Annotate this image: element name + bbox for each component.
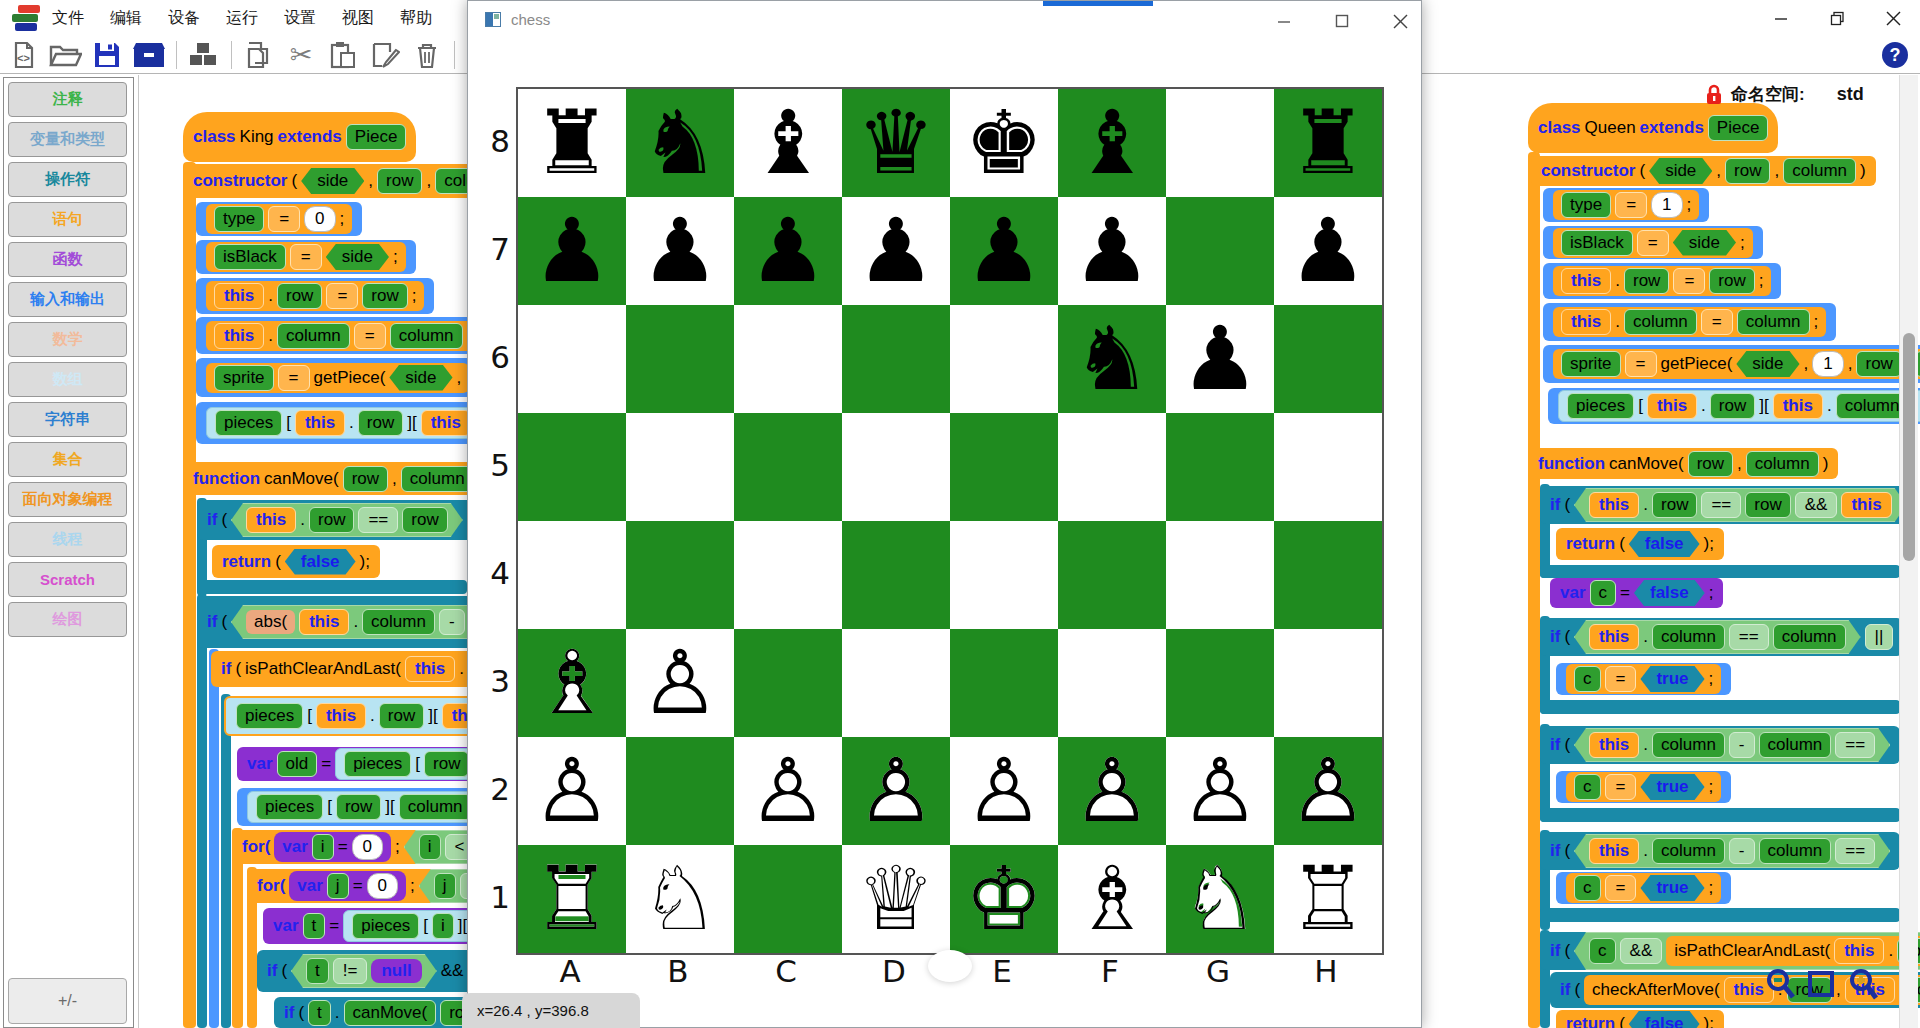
block-token: sprite bbox=[214, 365, 274, 391]
block-token: . bbox=[353, 612, 358, 632]
piece-black-b: ♝ bbox=[1073, 89, 1152, 197]
square-h6[interactable] bbox=[1274, 305, 1382, 413]
block-token: false bbox=[1629, 1011, 1700, 1028]
square-c5[interactable] bbox=[734, 413, 842, 521]
piece-white-P: ♟♙ bbox=[857, 737, 936, 845]
block-token: ; bbox=[340, 209, 345, 229]
piece-black-k: ♚ bbox=[965, 89, 1044, 197]
block-token: var bbox=[1560, 583, 1586, 603]
block-token: ; bbox=[393, 247, 398, 267]
block-token: row bbox=[424, 751, 469, 777]
block-token: ; bbox=[1814, 312, 1819, 332]
block-token: = bbox=[1605, 875, 1637, 901]
block-token: ( bbox=[275, 552, 281, 572]
block-group-lb: pieces[this.row][this. bbox=[206, 407, 489, 439]
code-block-row[interactable]: if(this.row==row&&this bbox=[1540, 486, 1917, 524]
piece-white-N: ♞♘ bbox=[641, 845, 720, 953]
block-group-ghex: c&&isPathClearAndLast(this.row, bbox=[1574, 932, 1920, 970]
square-b6[interactable] bbox=[626, 305, 734, 413]
block-spine bbox=[197, 594, 207, 1028]
block-token: pieces bbox=[236, 703, 303, 729]
code-block-row[interactable]: return(false); bbox=[212, 545, 380, 578]
block-token: this bbox=[1647, 393, 1697, 419]
block-token: this bbox=[421, 410, 471, 436]
square-b8[interactable]: ♞ bbox=[626, 89, 734, 197]
block-token: getPiece( bbox=[1661, 354, 1733, 374]
block-token: ( bbox=[1564, 735, 1570, 755]
code-block-row[interactable]: sprite=getPiece(side, bbox=[196, 358, 479, 397]
code-block-row[interactable]: constructor(side,row,column) bbox=[1531, 156, 1876, 186]
block-token: ; bbox=[1709, 583, 1714, 603]
square-e1[interactable]: ♚♔ bbox=[950, 845, 1058, 953]
block-token: this bbox=[1589, 732, 1639, 758]
square-e6[interactable] bbox=[950, 305, 1058, 413]
rank-label-5: 5 bbox=[470, 411, 510, 519]
code-block-row[interactable]: this.row=row; bbox=[196, 278, 434, 314]
code-block-row[interactable]: c=true; bbox=[1556, 663, 1731, 695]
code-block-row[interactable]: if(this.column-column== bbox=[1540, 726, 1900, 764]
piece-outline: ♙ bbox=[641, 631, 720, 734]
code-block-row[interactable]: return(false); bbox=[1556, 528, 1724, 560]
block-token: constructor bbox=[193, 171, 287, 191]
square-e5[interactable] bbox=[950, 413, 1058, 521]
block-token: . bbox=[268, 286, 273, 306]
square-f5[interactable] bbox=[1058, 413, 1166, 521]
code-block-row[interactable]: this.column=column; bbox=[196, 317, 489, 354]
square-d1[interactable]: ♛♕ bbox=[842, 845, 950, 953]
piece-black-r: ♜ bbox=[533, 89, 612, 197]
square-a6[interactable] bbox=[518, 305, 626, 413]
piece-white-B: ♝♗ bbox=[1073, 845, 1152, 953]
block-token: . bbox=[300, 510, 305, 530]
block-token: c bbox=[1590, 580, 1617, 606]
square-f4[interactable] bbox=[1058, 521, 1166, 629]
block-token: = bbox=[278, 365, 310, 391]
code-block-row[interactable]: pieces[this.row][this. bbox=[196, 402, 499, 444]
block-token: if bbox=[221, 659, 231, 679]
square-h3[interactable] bbox=[1274, 629, 1382, 737]
block-token: ; bbox=[1709, 878, 1714, 898]
block-group-ghex: this.row==row bbox=[231, 503, 463, 537]
block-token: return bbox=[1566, 1014, 1615, 1028]
piece-outline: ♗ bbox=[533, 631, 612, 734]
square-h2[interactable]: ♟♙ bbox=[1274, 737, 1382, 845]
block-token: false bbox=[285, 549, 356, 575]
block-token: == bbox=[358, 507, 398, 533]
code-block-row[interactable]: pieces[this.row][thi bbox=[224, 696, 494, 736]
chess-window-titlebar[interactable]: chess bbox=[468, 1, 1421, 41]
block-spine bbox=[183, 162, 196, 1028]
lock-icon bbox=[1705, 84, 1723, 106]
block-token: column bbox=[362, 609, 435, 635]
block-token: extends bbox=[278, 127, 342, 147]
block-token: j bbox=[327, 873, 349, 899]
piece-white-R: ♜♖ bbox=[533, 845, 612, 953]
square-g1[interactable]: ♞♘ bbox=[1166, 845, 1274, 953]
code-block-row[interactable]: for(vari=0;i< bbox=[232, 830, 500, 864]
block-token: , bbox=[1774, 161, 1779, 181]
piece-white-N: ♞♘ bbox=[1181, 845, 1260, 953]
block-token: . bbox=[1615, 271, 1620, 291]
code-block-row[interactable]: sprite=getPiece(side,1,row,c bbox=[1543, 345, 1920, 383]
block-token: if bbox=[1550, 941, 1560, 961]
piece-outline: ♙ bbox=[965, 739, 1044, 842]
scrollbar-thumb[interactable] bbox=[1903, 333, 1915, 561]
block-token: column bbox=[1652, 732, 1725, 758]
block-token: pieces bbox=[352, 913, 419, 939]
square-d7[interactable]: ♟ bbox=[842, 197, 950, 305]
app-root: 文件编辑设备运行设置视图帮助 <>✂↺↻ ? 注释变量和类型操作符语句函数输入和… bbox=[0, 0, 1920, 1028]
block-token: this bbox=[299, 609, 349, 635]
block-token: class bbox=[1538, 118, 1581, 138]
file-label-B: B bbox=[624, 953, 732, 995]
code-block-row[interactable]: classQueenextendsPiece bbox=[1528, 103, 1778, 153]
rank-label-6: 6 bbox=[470, 303, 510, 411]
block-token: 1 bbox=[1812, 351, 1843, 377]
block-group-or: type=0; bbox=[206, 204, 352, 234]
square-g2[interactable]: ♟♙ bbox=[1166, 737, 1274, 845]
block-token: , bbox=[368, 171, 373, 191]
block-token: = bbox=[338, 837, 348, 857]
file-label-A: A bbox=[516, 953, 624, 995]
help-button[interactable]: ? bbox=[1882, 42, 1908, 68]
file-label-H: H bbox=[1272, 953, 1380, 995]
block-arm bbox=[1540, 700, 1900, 714]
block-token: 0 bbox=[367, 873, 398, 899]
piece-white-P: ♟♙ bbox=[965, 737, 1044, 845]
code-block-row[interactable]: return(false); bbox=[1556, 1010, 1724, 1028]
block-token: this bbox=[1561, 309, 1611, 335]
mouse-coords-tooltip: x=26.4 , y=396.8 bbox=[462, 993, 640, 1028]
block-token: ; bbox=[1740, 233, 1745, 253]
square-h8[interactable]: ♜ bbox=[1274, 89, 1382, 197]
chess-minimize-button[interactable] bbox=[1273, 10, 1295, 32]
square-a8[interactable]: ♜ bbox=[518, 89, 626, 197]
code-block-row[interactable]: pieces[this.row][this.column] bbox=[1548, 388, 1920, 424]
block-token: ( bbox=[221, 510, 227, 530]
canvas-vertical-scrollbar[interactable] bbox=[1899, 75, 1918, 1028]
code-block-row[interactable]: pieces[row][column] bbox=[237, 788, 499, 826]
block-token: row bbox=[343, 466, 388, 492]
block-token: - bbox=[1729, 838, 1755, 864]
block-group-ghex: this.column==column bbox=[1574, 620, 1860, 654]
square-d2[interactable]: ♟♙ bbox=[842, 737, 950, 845]
piece-white-Q: ♛♕ bbox=[857, 845, 936, 953]
piece-white-P: ♟♙ bbox=[1181, 737, 1260, 845]
square-e3[interactable] bbox=[950, 629, 1058, 737]
square-b1[interactable]: ♞♘ bbox=[626, 845, 734, 953]
code-block-row[interactable]: if(this.row==row bbox=[197, 500, 473, 540]
block-group-or: isPathClearAndLast(this.row, bbox=[1666, 936, 1920, 966]
square-a7[interactable]: ♟ bbox=[518, 197, 626, 305]
square-e2[interactable]: ♟♙ bbox=[950, 737, 1058, 845]
block-token: canMove( bbox=[264, 469, 339, 489]
zoom-reset-icon[interactable] bbox=[1807, 968, 1835, 1000]
block-token: pieces bbox=[215, 410, 282, 436]
code-block-row[interactable]: classKingextendsPiece bbox=[183, 112, 416, 162]
square-b5[interactable] bbox=[626, 413, 734, 521]
block-token: = bbox=[354, 323, 386, 349]
block-token: column bbox=[1773, 624, 1846, 650]
block-token: row bbox=[1709, 268, 1754, 294]
block-token: ; bbox=[410, 876, 415, 896]
square-f8[interactable]: ♝ bbox=[1058, 89, 1166, 197]
block-token: [ bbox=[327, 797, 332, 817]
block-token: , bbox=[1716, 161, 1721, 181]
block-token: ( bbox=[1619, 534, 1625, 554]
block-token: if bbox=[1550, 841, 1560, 861]
square-g4[interactable] bbox=[1166, 521, 1274, 629]
square-h1[interactable]: ♜♖ bbox=[1274, 845, 1382, 953]
square-a2[interactable]: ♟♙ bbox=[518, 737, 626, 845]
block-token: canMove( bbox=[1609, 454, 1684, 474]
block-group-ghex: this.row==row&&this bbox=[1574, 488, 1907, 522]
block-token: row bbox=[379, 703, 424, 729]
block-token: = bbox=[290, 244, 322, 270]
code-block-row[interactable]: varc=false; bbox=[1550, 578, 1723, 608]
square-d4[interactable] bbox=[842, 521, 950, 629]
square-h7[interactable]: ♟ bbox=[1274, 197, 1382, 305]
block-token: this bbox=[1589, 624, 1639, 650]
piece-white-P: ♟♙ bbox=[641, 629, 720, 737]
block-token: . bbox=[1888, 941, 1893, 961]
code-block-row[interactable]: if(this.column==column|| bbox=[1540, 618, 1903, 656]
block-token: row bbox=[1710, 393, 1755, 419]
square-f7[interactable]: ♟ bbox=[1058, 197, 1166, 305]
square-c7[interactable]: ♟ bbox=[734, 197, 842, 305]
square-f1[interactable]: ♝♗ bbox=[1058, 845, 1166, 953]
code-block-row[interactable]: isBlack=side; bbox=[196, 240, 416, 274]
block-token: c bbox=[1574, 875, 1601, 901]
piece-outline: ♖ bbox=[1289, 847, 1368, 950]
block-token: column bbox=[1759, 732, 1832, 758]
chess-close-button[interactable] bbox=[1389, 10, 1411, 32]
block-token: true bbox=[1640, 666, 1704, 692]
block-group-or: this.row=row; bbox=[1553, 266, 1771, 296]
block-token: isBlack bbox=[214, 244, 286, 270]
square-e4[interactable] bbox=[950, 521, 1058, 629]
square-b7[interactable]: ♟ bbox=[626, 197, 734, 305]
code-block-row[interactable]: c=true; bbox=[1556, 771, 1731, 803]
piece-black-q: ♛ bbox=[857, 89, 936, 197]
block-token: for( bbox=[257, 876, 285, 896]
block-token: this bbox=[1841, 492, 1891, 518]
block-token: ( bbox=[298, 1003, 304, 1023]
block-token: this bbox=[214, 323, 264, 349]
piece-white-P: ♟♙ bbox=[533, 737, 612, 845]
chess-maximize-button[interactable] bbox=[1331, 10, 1353, 32]
piece-white-P: ♟♙ bbox=[1289, 737, 1368, 845]
piece-black-p: ♟ bbox=[1073, 197, 1152, 305]
block-token: - bbox=[1729, 732, 1755, 758]
square-c2[interactable]: ♟♙ bbox=[734, 737, 842, 845]
zoom-in-icon[interactable] bbox=[1847, 968, 1879, 1002]
square-a4[interactable] bbox=[518, 521, 626, 629]
square-d5[interactable] bbox=[842, 413, 950, 521]
block-token: c bbox=[1574, 774, 1601, 800]
block-group-or: type=1; bbox=[1553, 190, 1699, 220]
block-token: column bbox=[1836, 393, 1909, 419]
block-token: == bbox=[1835, 838, 1875, 864]
block-token: this bbox=[1834, 938, 1884, 964]
file-label-C: C bbox=[732, 953, 840, 995]
square-c6[interactable] bbox=[734, 305, 842, 413]
block-token: ( bbox=[1639, 161, 1645, 181]
block-token: type bbox=[1561, 192, 1611, 218]
block-token: ][ bbox=[385, 797, 394, 817]
square-h5[interactable] bbox=[1274, 413, 1382, 521]
block-token: . bbox=[335, 1003, 340, 1023]
code-block-row[interactable]: c=true; bbox=[1556, 872, 1731, 904]
code-block-row[interactable]: if(this.column-column== bbox=[1540, 832, 1900, 870]
piece-outline: ♕ bbox=[857, 847, 936, 950]
block-token: t bbox=[306, 958, 329, 984]
block-group-pu: vari=0 bbox=[274, 832, 391, 862]
chess-window-controls bbox=[1273, 1, 1411, 41]
piece-outline: ♙ bbox=[533, 739, 612, 842]
block-token: ; bbox=[1687, 195, 1692, 215]
square-d8[interactable]: ♛ bbox=[842, 89, 950, 197]
block-group-or: c=true; bbox=[1566, 873, 1721, 903]
namespace-label: 命名空间: bbox=[1731, 83, 1805, 106]
block-token: . bbox=[459, 659, 464, 679]
block-token: ; bbox=[1759, 271, 1764, 291]
piece-outline: ♗ bbox=[1073, 847, 1152, 950]
code-block-row[interactable]: this.column=column; bbox=[1543, 303, 1836, 341]
piece-outline: ♙ bbox=[1289, 739, 1368, 842]
block-arm bbox=[1540, 565, 1900, 578]
block-token: row bbox=[1745, 492, 1790, 518]
block-group-lb: pieces[row][column] bbox=[247, 791, 489, 823]
chess-board: ♜♞♝♛♚♝♜♟♟♟♟♟♟♟♞♟♝♗♟♙♟♙♟♙♟♙♟♙♟♙♟♙♟♙♜♖♞♘♛♕… bbox=[516, 87, 1384, 955]
block-token: = bbox=[329, 916, 339, 936]
canvas-zoom-controls bbox=[1765, 968, 1879, 1002]
block-token: function bbox=[193, 469, 260, 489]
block-token: column bbox=[1624, 309, 1697, 335]
block-group-ghex: this.column-column== bbox=[1574, 728, 1890, 762]
block-token: = bbox=[1605, 666, 1637, 692]
block-token: . bbox=[1615, 312, 1620, 332]
square-f6[interactable]: ♞ bbox=[1058, 305, 1166, 413]
square-c1[interactable] bbox=[734, 845, 842, 953]
block-token: . bbox=[1701, 396, 1706, 416]
block-token: [ bbox=[415, 754, 420, 774]
block-token: && bbox=[441, 961, 464, 981]
block-token: == bbox=[1701, 492, 1741, 518]
block-token: isPathClearAndLast( bbox=[1674, 941, 1830, 961]
code-block-row[interactable]: type=0; bbox=[196, 202, 362, 236]
block-token: column bbox=[1746, 451, 1819, 477]
block-token: this bbox=[1589, 492, 1639, 518]
piece-black-p: ♟ bbox=[1289, 197, 1368, 305]
block-token: row bbox=[1624, 268, 1669, 294]
block-token: . bbox=[268, 326, 273, 346]
square-a3[interactable]: ♝♗ bbox=[518, 629, 626, 737]
block-token: . bbox=[1643, 495, 1648, 515]
block-token: checkAfterMove( bbox=[1592, 980, 1720, 1000]
piece-white-P: ♟♙ bbox=[749, 737, 828, 845]
piece-black-r: ♜ bbox=[1289, 89, 1368, 197]
block-token: if bbox=[267, 961, 277, 981]
code-block-row[interactable]: type=1; bbox=[1543, 188, 1709, 222]
square-a5[interactable] bbox=[518, 413, 626, 521]
piece-outline: ♙ bbox=[749, 739, 828, 842]
code-block-row[interactable]: functioncanMove(row,column) bbox=[1528, 448, 1838, 479]
block-token: t bbox=[303, 913, 326, 939]
square-h4[interactable] bbox=[1274, 521, 1382, 629]
square-b3[interactable]: ♟♙ bbox=[626, 629, 734, 737]
square-g3[interactable] bbox=[1166, 629, 1274, 737]
square-a1[interactable]: ♜♖ bbox=[518, 845, 626, 953]
block-group-pu: varj=0 bbox=[289, 871, 406, 901]
square-f3[interactable] bbox=[1058, 629, 1166, 737]
block-token: ][ bbox=[458, 916, 467, 936]
square-g5[interactable] bbox=[1166, 413, 1274, 521]
block-token: this bbox=[1561, 268, 1611, 294]
block-token: 0 bbox=[352, 834, 383, 860]
code-block-row[interactable]: isBlack=side; bbox=[1543, 226, 1763, 259]
square-g6[interactable]: ♟ bbox=[1166, 305, 1274, 413]
block-token: column bbox=[399, 794, 472, 820]
block-token: row bbox=[402, 507, 447, 533]
block-token: false bbox=[1629, 531, 1700, 557]
block-group-or: this.column=column; bbox=[206, 321, 479, 351]
block-token: . bbox=[1643, 735, 1648, 755]
rank-label-8: 8 bbox=[470, 87, 510, 195]
square-d3[interactable] bbox=[842, 629, 950, 737]
square-e7[interactable]: ♟ bbox=[950, 197, 1058, 305]
code-block-row[interactable]: this.row=row; bbox=[1543, 263, 1781, 299]
piece-outline: ♙ bbox=[1073, 739, 1152, 842]
file-label-G: G bbox=[1164, 953, 1272, 995]
square-c4[interactable] bbox=[734, 521, 842, 629]
block-token: this bbox=[405, 656, 455, 682]
block-arm bbox=[1540, 908, 1900, 922]
block-token: if bbox=[1550, 735, 1560, 755]
square-d6[interactable] bbox=[842, 305, 950, 413]
square-g7[interactable] bbox=[1166, 197, 1274, 305]
block-token: column bbox=[1737, 309, 1810, 335]
code-block-row[interactable]: if(c&&isPathClearAndLast(this.row, bbox=[1540, 932, 1920, 970]
block-group-or: isBlack=side; bbox=[206, 242, 406, 272]
code-block-row[interactable]: varold=pieces[row][ bbox=[237, 747, 502, 781]
square-g8[interactable] bbox=[1166, 89, 1274, 197]
block-token: , bbox=[1737, 454, 1742, 474]
block-token: function bbox=[1538, 454, 1605, 474]
block-token: if bbox=[1550, 495, 1560, 515]
piece-black-p: ♟ bbox=[965, 197, 1044, 305]
square-e8[interactable]: ♚ bbox=[950, 89, 1058, 197]
code-block-row[interactable]: if(abs(this.column- bbox=[197, 596, 490, 648]
block-token: . bbox=[1827, 396, 1832, 416]
code-block-row[interactable]: if(t!=null&& bbox=[257, 950, 473, 992]
square-b2[interactable] bbox=[626, 737, 734, 845]
namespace-value: std bbox=[1837, 84, 1864, 105]
zoom-out-icon[interactable] bbox=[1765, 968, 1795, 1000]
square-c8[interactable]: ♝ bbox=[734, 89, 842, 197]
window-accent-strip bbox=[1043, 1, 1153, 6]
block-token: getPiece( bbox=[314, 368, 386, 388]
cursor-highlight bbox=[928, 950, 972, 982]
piece-black-p: ♟ bbox=[857, 197, 936, 305]
block-token: Piece bbox=[1708, 115, 1769, 141]
block-token: ( bbox=[1619, 1014, 1625, 1028]
square-c3[interactable] bbox=[734, 629, 842, 737]
code-block-row[interactable]: functioncanMove(row,column) bbox=[183, 462, 493, 495]
block-token: ( bbox=[1564, 941, 1570, 961]
square-f2[interactable]: ♟♙ bbox=[1058, 737, 1166, 845]
square-b4[interactable] bbox=[626, 521, 734, 629]
